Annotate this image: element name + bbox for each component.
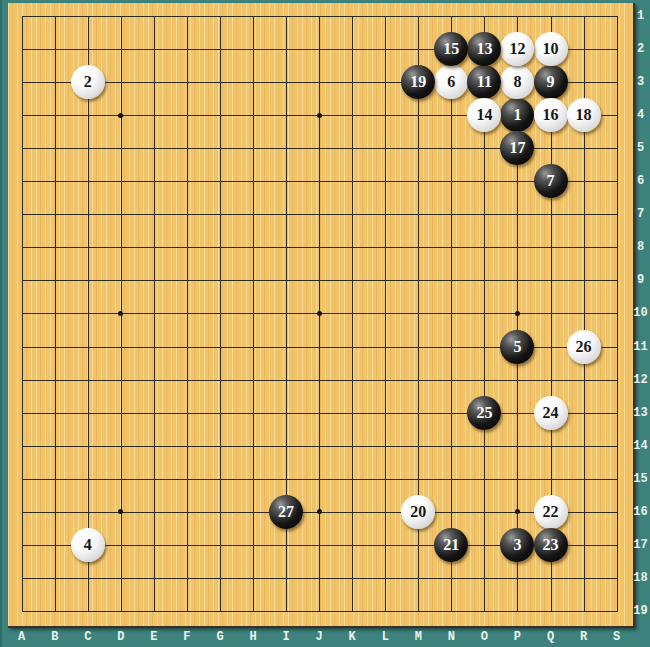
grid-line-horizontal	[22, 611, 618, 612]
grid-line-horizontal	[22, 380, 618, 381]
stone-white: 12	[500, 32, 534, 66]
grid-line-horizontal	[22, 479, 618, 480]
stone-black: 19	[401, 65, 435, 99]
grid-line-horizontal	[22, 446, 618, 447]
stone-white: 10	[534, 32, 568, 66]
column-label: A	[9, 630, 35, 644]
stone-white: 6	[434, 65, 468, 99]
stone-white: 24	[534, 396, 568, 430]
column-label: J	[306, 630, 332, 644]
stone-white: 14	[467, 98, 501, 132]
column-label: R	[571, 630, 597, 644]
grid-line-vertical	[352, 16, 353, 612]
column-label: H	[240, 630, 266, 644]
stone-white: 22	[534, 495, 568, 529]
stone-black: 1	[500, 98, 534, 132]
stone-black: 23	[534, 528, 568, 562]
column-label: E	[141, 630, 167, 644]
stone-white: 4	[71, 528, 105, 562]
star-point	[317, 311, 322, 316]
column-label: M	[405, 630, 431, 644]
go-board-diagram: 1234567891011121314151617181920212223242…	[0, 0, 650, 647]
grid-line-vertical	[385, 16, 386, 612]
column-label: O	[471, 630, 497, 644]
star-point	[118, 311, 123, 316]
stone-black: 27	[269, 495, 303, 529]
stone-black: 7	[534, 164, 568, 198]
column-label: N	[438, 630, 464, 644]
star-point	[118, 509, 123, 514]
column-label: L	[372, 630, 398, 644]
grid-line-vertical	[617, 16, 618, 612]
star-point	[317, 509, 322, 514]
stone-black: 21	[434, 528, 468, 562]
column-label: P	[504, 630, 530, 644]
star-point	[118, 113, 123, 118]
star-point	[317, 113, 322, 118]
stone-white: 20	[401, 495, 435, 529]
stone-black: 9	[534, 65, 568, 99]
column-label: Q	[538, 630, 564, 644]
stone-white: 16	[534, 98, 568, 132]
stone-black: 25	[467, 396, 501, 430]
go-board[interactable]: 1234567891011121314151617181920212223242…	[8, 3, 635, 628]
grid-line-horizontal	[22, 413, 618, 414]
stone-white: 8	[500, 65, 534, 99]
stone-black: 17	[500, 131, 534, 165]
stone-black: 11	[467, 65, 501, 99]
stone-black: 15	[434, 32, 468, 66]
stone-white: 26	[567, 330, 601, 364]
grid-line-horizontal	[22, 578, 618, 579]
column-label: G	[207, 630, 233, 644]
column-label: B	[42, 630, 68, 644]
column-label: I	[273, 630, 299, 644]
stone-black: 13	[467, 32, 501, 66]
column-label: F	[174, 630, 200, 644]
stone-white: 18	[567, 98, 601, 132]
star-point	[515, 509, 520, 514]
column-label: C	[75, 630, 101, 644]
stone-black: 5	[500, 330, 534, 364]
star-point	[515, 311, 520, 316]
stone-white: 2	[71, 65, 105, 99]
grid-line-vertical	[451, 16, 452, 612]
stone-black: 3	[500, 528, 534, 562]
column-label: K	[339, 630, 365, 644]
column-label: D	[108, 630, 134, 644]
column-label: S	[604, 630, 630, 644]
